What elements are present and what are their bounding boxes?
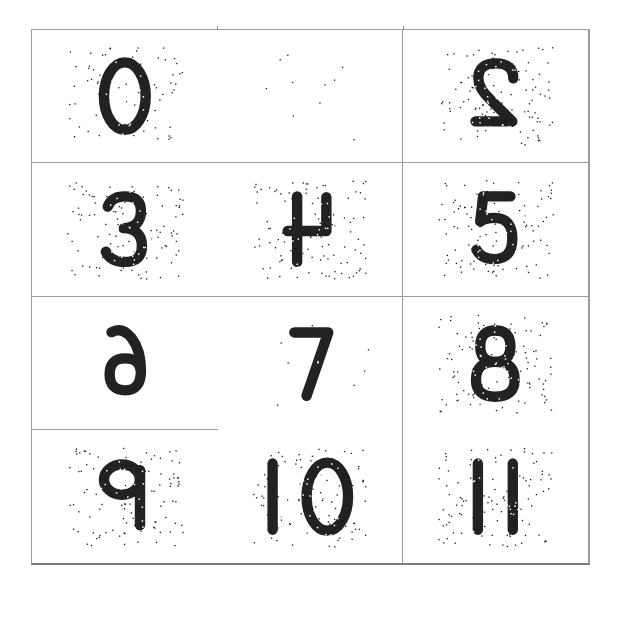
digit-glyph-7 — [218, 297, 403, 430]
cell-4-mirrored — [218, 163, 404, 296]
digit-glyph-6-mirrored — [32, 297, 218, 429]
digit-glyph-8 — [403, 297, 588, 430]
cell-6-mirrored — [32, 297, 218, 430]
cell-9 — [32, 430, 218, 563]
cell-0 — [32, 30, 218, 163]
cell-10 — [218, 430, 404, 563]
cell-11 — [403, 430, 589, 563]
digit-glyph-1 — [218, 30, 403, 162]
digit-glyph-5 — [403, 163, 588, 295]
digit-glyph-4-mirrored — [218, 163, 403, 295]
digit-glyph-2-mirrored — [403, 30, 588, 162]
cell-7 — [218, 297, 404, 430]
cell-5 — [403, 163, 589, 296]
digit-glyph-11 — [403, 430, 588, 563]
cell-1 — [218, 30, 404, 163]
card-grid — [31, 29, 590, 565]
digit-glyph-9 — [32, 430, 218, 563]
cell-8 — [403, 297, 589, 430]
cell-2-mirrored — [403, 30, 589, 163]
flashcard-sheet — [0, 0, 640, 640]
cell-3 — [32, 163, 218, 296]
digit-glyph-10 — [218, 430, 403, 563]
digit-glyph-0 — [32, 30, 218, 162]
digit-glyph-3 — [32, 163, 218, 295]
